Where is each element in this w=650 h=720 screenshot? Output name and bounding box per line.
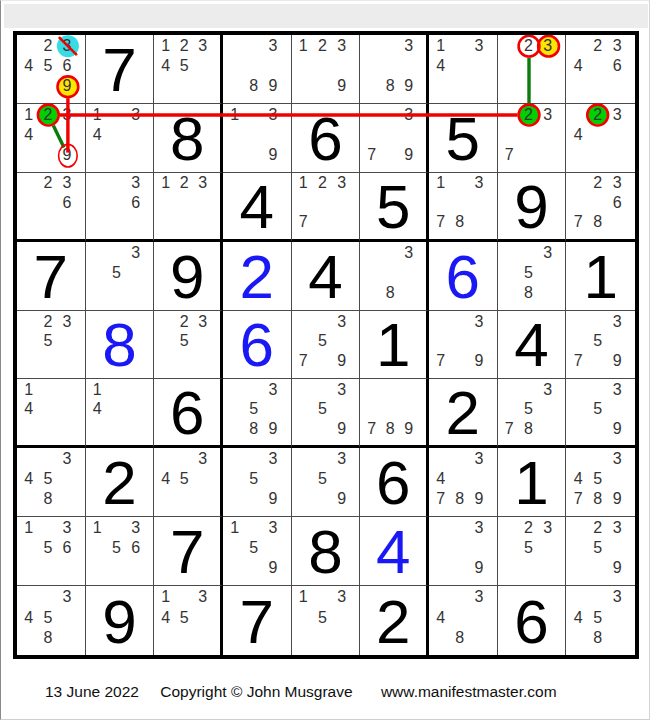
cell-r9c6[interactable]: 2 [360, 586, 429, 655]
given-digit: 1 [514, 452, 548, 514]
cell-r7c9[interactable]: 345789 [566, 448, 635, 517]
pencilmark-grid: 135 [292, 586, 360, 655]
candidate-1: 1 [88, 105, 107, 125]
candidate-3: 3 [193, 174, 212, 193]
cell-r6c3[interactable]: 6 [154, 379, 223, 448]
cell-r7c3[interactable]: 345 [154, 448, 223, 517]
candidate-8: 8 [588, 212, 608, 231]
candidate-8: 8 [588, 489, 608, 509]
candidate-3: 3 [263, 36, 282, 56]
given-digit: 2 [376, 591, 410, 653]
candidate-3: 3 [57, 105, 76, 125]
candidate-8: 8 [588, 628, 608, 648]
candidate-5: 5 [519, 263, 538, 283]
candidate-2: 2 [313, 174, 332, 193]
cell-r5c1[interactable]: 235 [17, 311, 86, 380]
cell-r8c3[interactable]: 7 [154, 517, 223, 586]
candidate-2: 2 [175, 36, 194, 56]
given-digit: 9 [514, 176, 548, 238]
candidate-3: 3 [469, 174, 488, 193]
candidate-3: 3 [469, 518, 488, 538]
cell-r5c7[interactable]: 379 [429, 311, 498, 380]
candidate-3: 3 [57, 449, 76, 469]
candidate-2: 2 [519, 36, 538, 56]
candidate-4: 4 [156, 469, 175, 489]
candidate-3: 3 [57, 312, 76, 332]
candidate-3: 3 [332, 36, 351, 56]
pencilmark-grid: 14 [86, 379, 154, 445]
candidate-4: 4 [19, 56, 38, 76]
cell-r7c7[interactable]: 34789 [429, 448, 498, 517]
cell-r2c2[interactable]: 134 [86, 104, 155, 173]
cell-r6c9[interactable]: 359 [566, 379, 635, 448]
cell-r1c2[interactable]: 7 [86, 35, 155, 104]
pencilmark-grid: 3579 [566, 311, 635, 379]
cell-r8c1[interactable]: 1356 [17, 517, 86, 586]
candidate-3: 3 [126, 174, 145, 193]
pencilmark-grid: 3458 [566, 586, 635, 655]
candidate-7: 7 [362, 419, 381, 438]
candidate-5: 5 [313, 469, 332, 489]
cell-r7c2[interactable]: 2 [86, 448, 155, 517]
cell-r6c8[interactable]: 3578 [498, 379, 567, 448]
pencilmark-grid: 359 [292, 448, 360, 516]
candidate-2: 2 [38, 312, 57, 332]
candidate-7: 7 [500, 145, 519, 165]
candidate-2: 2 [588, 174, 608, 193]
candidate-2: 2 [38, 174, 57, 193]
candidate-5: 5 [588, 538, 608, 558]
candidate-2: 2 [588, 105, 608, 125]
cell-r5c9[interactable]: 3579 [566, 311, 635, 380]
cell-r4c3[interactable]: 9 [154, 242, 223, 311]
pencilmark-grid: 348 [429, 586, 497, 655]
cell-r8c2[interactable]: 1356 [86, 517, 155, 586]
candidate-4: 4 [568, 607, 588, 627]
cell-r5c2[interactable]: 8 [86, 311, 155, 380]
pencilmark-grid: 12345 [154, 35, 220, 103]
candidate-3: 3 [538, 380, 557, 399]
cell-r4c6[interactable]: 38 [360, 242, 429, 311]
cell-r7c1[interactable]: 3458 [17, 448, 86, 517]
entered-digit: 6 [446, 246, 480, 308]
candidate-5: 5 [107, 263, 126, 283]
candidate-3: 3 [332, 312, 351, 332]
pencilmark-grid: 345789 [566, 448, 635, 516]
candidate-4: 4 [431, 469, 450, 489]
cell-r9c5[interactable]: 135 [292, 586, 361, 655]
candidate-9: 9 [263, 489, 282, 509]
candidate-5: 5 [588, 332, 608, 352]
cell-r2c7[interactable]: 5 [429, 104, 498, 173]
candidate-9: 9 [263, 419, 282, 438]
pencilmark-grid: 3458 [17, 586, 85, 655]
candidate-3: 3 [263, 105, 282, 125]
cell-r2c5[interactable]: 6 [292, 104, 361, 173]
candidate-8: 8 [38, 628, 57, 648]
given-digit: 6 [308, 108, 342, 170]
cell-r6c4[interactable]: 3589 [223, 379, 292, 448]
candidate-9: 9 [607, 351, 627, 371]
top-band [4, 4, 648, 28]
footer: 13 June 2022 Copyright © John Musgrave w… [45, 683, 557, 701]
candidate-3: 3 [607, 587, 627, 607]
cell-r3c2[interactable]: 36 [86, 173, 155, 242]
pencilmark-grid: 38 [360, 242, 426, 310]
candidate-3: 3 [193, 587, 212, 607]
pencilmark-grid: 1239 [292, 35, 360, 103]
cell-r7c5[interactable]: 359 [292, 448, 361, 517]
candidate-3: 3 [607, 174, 627, 193]
cell-r2c3[interactable]: 8 [154, 104, 223, 173]
candidate-1: 1 [294, 36, 313, 56]
candidate-4: 4 [19, 400, 38, 419]
pencilmark-grid: 139 [223, 104, 291, 172]
candidate-5: 5 [175, 469, 194, 489]
given-digit: 6 [514, 591, 548, 653]
cell-r8c9[interactable]: 2359 [566, 517, 635, 586]
candidate-4: 4 [19, 469, 38, 489]
candidate-5: 5 [588, 469, 608, 489]
cell-r1c6[interactable]: 389 [360, 35, 429, 104]
cell-r7c4[interactable]: 359 [223, 448, 292, 517]
candidate-3: 3 [469, 587, 488, 607]
cell-r8c7[interactable]: 39 [429, 517, 498, 586]
cell-r4c7[interactable]: 6 [429, 242, 498, 311]
cell-r6c2[interactable]: 14 [86, 379, 155, 448]
cell-r5c6[interactable]: 1 [360, 311, 429, 380]
cell-r3c8[interactable]: 9 [498, 173, 567, 242]
pencilmark-grid: 3579 [292, 311, 360, 379]
candidate-5: 5 [175, 607, 194, 627]
entered-digit: 8 [102, 314, 136, 376]
candidate-2: 2 [38, 105, 57, 125]
pencilmark-grid: 3589 [223, 379, 291, 445]
pencilmark-grid: 35 [86, 242, 154, 310]
candidate-1: 1 [431, 174, 450, 193]
candidate-3: 3 [399, 105, 418, 125]
cell-r8c5[interactable]: 8 [292, 517, 361, 586]
candidate-6: 6 [607, 193, 627, 212]
pencilmark-grid: 235 [17, 311, 85, 379]
pencilmark-grid: 1359 [223, 517, 291, 585]
candidate-8: 8 [244, 419, 263, 438]
candidate-2: 2 [588, 518, 608, 538]
candidate-3: 3 [193, 36, 212, 56]
candidate-5: 5 [313, 332, 332, 352]
candidate-5: 5 [38, 332, 57, 352]
candidate-1: 1 [156, 587, 175, 607]
candidate-8: 8 [381, 419, 400, 438]
candidate-7: 7 [294, 351, 313, 371]
candidate-3: 3 [193, 312, 212, 332]
cell-r5c5[interactable]: 3579 [292, 311, 361, 380]
pencilmark-grid: 359 [292, 379, 360, 445]
cell-r3c3[interactable]: 123 [154, 173, 223, 242]
given-digit: 9 [102, 591, 136, 653]
footer-site: www.manifestmaster.com [381, 683, 557, 700]
candidate-3: 3 [538, 518, 557, 538]
candidate-5: 5 [175, 332, 194, 352]
pencilmark-grid: 235 [498, 517, 566, 585]
cell-r1c8[interactable]: 23 [498, 35, 567, 104]
candidate-9: 9 [607, 489, 627, 509]
candidate-9: 9 [469, 489, 488, 509]
pencilmark-grid: 1237 [292, 173, 360, 239]
pencilmark-grid: 389 [223, 35, 291, 103]
pencilmark-grid: 237 [498, 104, 566, 172]
candidate-3: 3 [538, 105, 557, 125]
cell-r6c1[interactable]: 14 [17, 379, 86, 448]
cell-r4c2[interactable]: 35 [86, 242, 155, 311]
candidate-7: 7 [500, 419, 519, 438]
sudoku-board: 2345697123453891239389134232346123491348… [13, 31, 639, 659]
pencilmark-grid: 23 [498, 35, 566, 103]
candidate-9: 9 [263, 76, 282, 96]
pencilmark-grid: 39 [429, 517, 497, 585]
candidate-7: 7 [431, 489, 450, 509]
candidate-3: 3 [607, 36, 627, 56]
pencilmark-grid: 358 [498, 242, 566, 310]
footer-date: 13 June 2022 [45, 683, 139, 700]
cell-r4c8[interactable]: 358 [498, 242, 567, 311]
candidate-2: 2 [38, 36, 57, 56]
candidate-5: 5 [313, 607, 332, 627]
candidate-6: 6 [57, 538, 76, 558]
candidate-5: 5 [175, 56, 194, 76]
candidate-9: 9 [607, 558, 627, 578]
candidate-5: 5 [244, 469, 263, 489]
pencilmark-grid: 379 [360, 104, 426, 172]
cell-r9c8[interactable]: 6 [498, 586, 567, 655]
cell-r3c4[interactable]: 4 [223, 173, 292, 242]
pencilmark-grid: 123 [154, 173, 220, 239]
candidate-9: 9 [399, 145, 418, 165]
candidate-3: 3 [332, 587, 351, 607]
cell-r6c7[interactable]: 2 [429, 379, 498, 448]
candidate-4: 4 [431, 56, 450, 76]
cell-r1c9[interactable]: 2346 [566, 35, 635, 104]
cell-r1c4[interactable]: 389 [223, 35, 292, 104]
pencilmark-grid: 134 [429, 35, 497, 103]
given-digit: 6 [376, 452, 410, 514]
candidate-9: 9 [399, 419, 418, 438]
cell-r6c6[interactable]: 789 [360, 379, 429, 448]
given-digit: 7 [34, 246, 68, 308]
candidate-6: 6 [57, 56, 76, 76]
cell-r1c7[interactable]: 134 [429, 35, 498, 104]
cell-r9c1[interactable]: 3458 [17, 586, 86, 655]
candidate-3: 3 [332, 449, 351, 469]
candidate-3: 3 [126, 105, 145, 125]
cell-r1c3[interactable]: 12345 [154, 35, 223, 104]
candidate-5: 5 [38, 469, 57, 489]
candidate-3: 3 [126, 518, 145, 538]
cell-r9c7[interactable]: 348 [429, 586, 498, 655]
pencilmark-grid: 379 [429, 311, 497, 379]
pencilmark-grid: 2359 [566, 517, 635, 585]
candidate-4: 4 [568, 56, 588, 76]
entered-digit: 6 [240, 314, 274, 376]
candidate-5: 5 [38, 56, 57, 76]
candidate-3: 3 [57, 518, 76, 538]
candidate-6: 6 [126, 193, 145, 212]
given-digit: 9 [170, 246, 204, 308]
cell-r4c5[interactable]: 4 [292, 242, 361, 311]
candidate-4: 4 [19, 607, 38, 627]
candidate-1: 1 [156, 36, 175, 56]
pencilmark-grid: 234569 [17, 35, 85, 103]
given-digit: 1 [376, 314, 410, 376]
candidate-1: 1 [225, 105, 244, 125]
cell-r1c5[interactable]: 1239 [292, 35, 361, 104]
pencilmark-grid: 134 [86, 104, 154, 172]
candidate-3: 3 [469, 312, 488, 332]
candidate-4: 4 [156, 56, 175, 76]
pencilmark-grid: 359 [566, 379, 635, 445]
given-digit: 6 [170, 382, 204, 444]
pencilmark-grid: 3458 [17, 448, 85, 516]
pencilmark-grid: 359 [223, 448, 291, 516]
candidate-9: 9 [57, 145, 76, 165]
candidate-4: 4 [568, 469, 588, 489]
pencilmark-grid: 14 [17, 379, 85, 445]
cell-r2c8[interactable]: 237 [498, 104, 567, 173]
cell-r1c1[interactable]: 234569 [17, 35, 86, 104]
candidate-1: 1 [225, 518, 244, 538]
candidate-7: 7 [362, 145, 381, 165]
candidate-9: 9 [332, 76, 351, 96]
candidate-1: 1 [431, 36, 450, 56]
candidate-9: 9 [469, 558, 488, 578]
candidate-2: 2 [175, 174, 194, 193]
candidate-9: 9 [332, 419, 351, 438]
candidate-9: 9 [332, 489, 351, 509]
candidate-6: 6 [607, 56, 627, 76]
candidate-9: 9 [263, 145, 282, 165]
cell-r5c4[interactable]: 6 [223, 311, 292, 380]
pencilmark-grid: 12349 [17, 104, 85, 172]
candidate-3: 3 [399, 36, 418, 56]
cell-r8c8[interactable]: 235 [498, 517, 567, 586]
candidate-1: 1 [19, 380, 38, 399]
cell-r5c8[interactable]: 4 [498, 311, 567, 380]
cell-r2c4[interactable]: 139 [223, 104, 292, 173]
given-digit: 7 [170, 521, 204, 583]
pencilmark-grid: 1378 [429, 173, 497, 239]
candidate-9: 9 [332, 351, 351, 371]
cell-r9c3[interactable]: 1345 [154, 586, 223, 655]
cell-r7c6[interactable]: 6 [360, 448, 429, 517]
cell-r9c4[interactable]: 7 [223, 586, 292, 655]
candidate-4: 4 [19, 125, 38, 145]
cell-r3c6[interactable]: 5 [360, 173, 429, 242]
candidate-3: 3 [469, 449, 488, 469]
candidate-3: 3 [607, 449, 627, 469]
candidate-9: 9 [57, 76, 76, 96]
candidate-3: 3 [126, 243, 145, 263]
cell-r9c2[interactable]: 9 [86, 586, 155, 655]
candidate-7: 7 [431, 351, 450, 371]
given-digit: 2 [102, 452, 136, 514]
cell-r3c9[interactable]: 23678 [566, 173, 635, 242]
given-digit: 8 [308, 521, 342, 583]
candidate-8: 8 [381, 283, 400, 303]
given-digit: 7 [240, 591, 274, 653]
candidate-9: 9 [399, 76, 418, 96]
pencilmark-grid: 789 [360, 379, 426, 445]
candidate-3: 3 [263, 518, 282, 538]
candidate-6: 6 [126, 538, 145, 558]
pencilmark-grid: 1356 [17, 517, 85, 585]
candidate-4: 4 [431, 607, 450, 627]
cell-r8c6[interactable]: 4 [360, 517, 429, 586]
candidate-2: 2 [588, 36, 608, 56]
cell-r2c9[interactable]: 234 [566, 104, 635, 173]
cell-r3c5[interactable]: 1237 [292, 173, 361, 242]
given-digit: 1 [583, 246, 617, 308]
candidate-5: 5 [244, 400, 263, 419]
cell-r4c1[interactable]: 7 [17, 242, 86, 311]
given-digit: 5 [376, 176, 410, 238]
cell-r2c1[interactable]: 12349 [17, 104, 86, 173]
candidate-5: 5 [519, 538, 538, 558]
candidate-7: 7 [568, 212, 588, 231]
candidate-9: 9 [607, 419, 627, 438]
pencilmark-grid: 234 [566, 104, 635, 172]
given-digit: 5 [446, 108, 480, 170]
candidate-1: 1 [294, 174, 313, 193]
cell-r8c4[interactable]: 1359 [223, 517, 292, 586]
cell-r3c7[interactable]: 1378 [429, 173, 498, 242]
candidate-2: 2 [175, 312, 194, 332]
cell-r4c9[interactable]: 1 [566, 242, 635, 311]
given-digit: 8 [170, 108, 204, 170]
pencilmark-grid: 1345 [154, 586, 220, 655]
candidate-8: 8 [38, 489, 57, 509]
candidate-3: 3 [607, 312, 627, 332]
candidate-8: 8 [519, 419, 538, 438]
candidate-5: 5 [313, 400, 332, 419]
candidate-3: 3 [57, 587, 76, 607]
pencilmark-grid: 345 [154, 448, 220, 516]
candidate-7: 7 [294, 212, 313, 231]
candidate-5: 5 [107, 538, 126, 558]
given-digit: 4 [240, 176, 274, 238]
cell-r2c6[interactable]: 379 [360, 104, 429, 173]
candidate-1: 1 [156, 174, 175, 193]
candidate-3: 3 [469, 36, 488, 56]
candidate-4: 4 [88, 125, 107, 145]
cell-r7c8[interactable]: 1 [498, 448, 567, 517]
candidate-5: 5 [38, 538, 57, 558]
cell-r3c1[interactable]: 236 [17, 173, 86, 242]
cell-r5c3[interactable]: 235 [154, 311, 223, 380]
candidate-3: 3 [263, 449, 282, 469]
cells-grid: 2345697123453891239389134232346123491348… [17, 35, 635, 655]
cell-r9c9[interactable]: 3458 [566, 586, 635, 655]
candidate-8: 8 [519, 283, 538, 303]
cell-r6c5[interactable]: 359 [292, 379, 361, 448]
page: 2345697123453891239389134232346123491348… [0, 0, 650, 720]
candidate-3: 3 [57, 36, 76, 56]
pencilmark-grid: 2346 [566, 35, 635, 103]
candidate-3: 3 [399, 243, 418, 263]
cell-r4c4[interactable]: 2 [223, 242, 292, 311]
given-digit: 4 [308, 246, 342, 308]
pencilmark-grid: 389 [360, 35, 426, 103]
entered-digit: 4 [376, 521, 410, 583]
